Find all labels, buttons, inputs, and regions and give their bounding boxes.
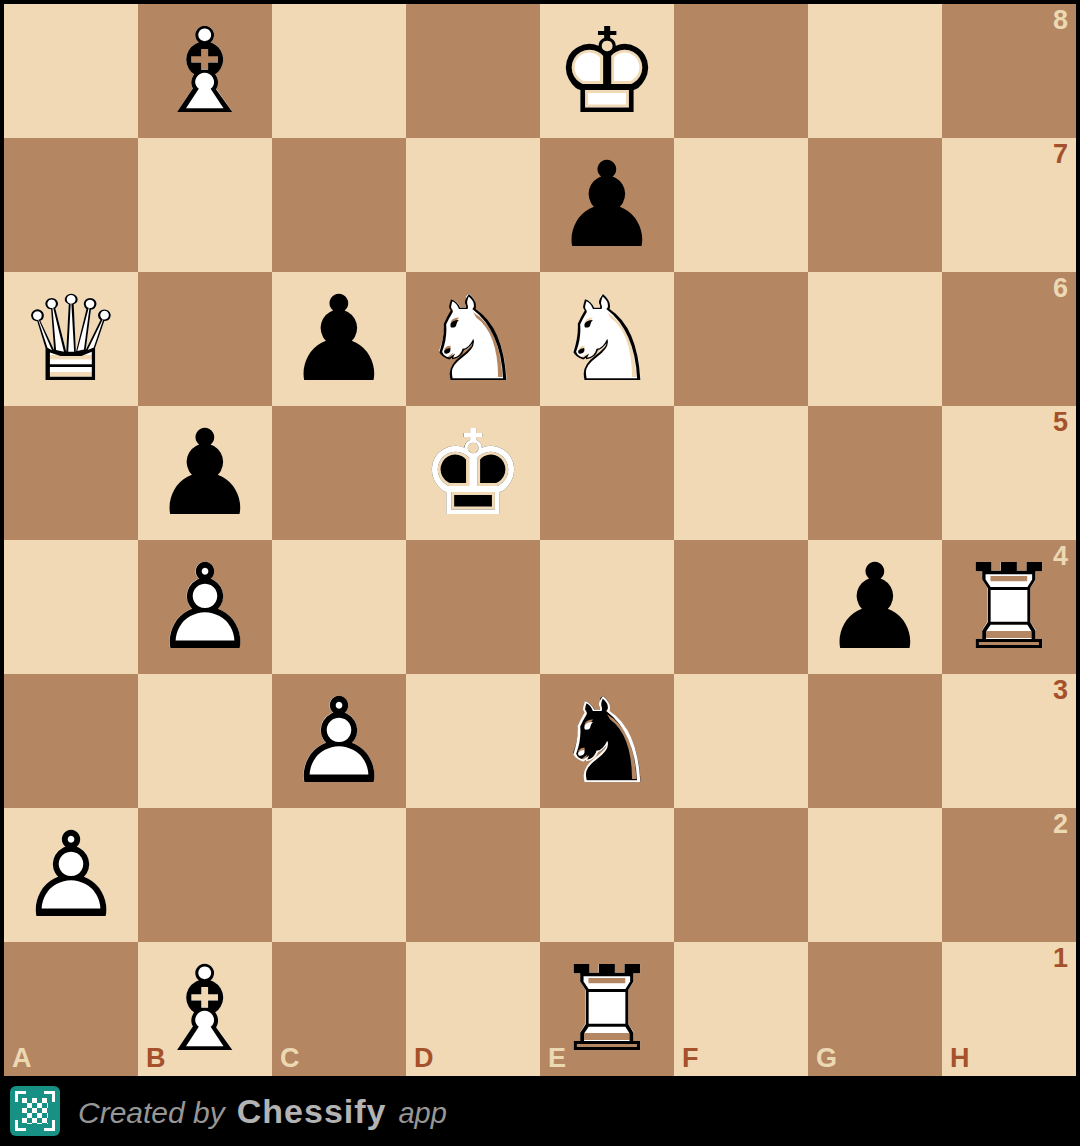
- piece-white-knight-d6: ♞: [406, 272, 540, 406]
- square-g7: [808, 138, 942, 272]
- square-c2: [272, 808, 406, 942]
- square-h1: H1: [942, 942, 1076, 1076]
- piece-black-pawn-e7: ♟: [540, 138, 674, 272]
- piece-black-knight-e3: ♞: [540, 674, 674, 808]
- piece-black-king-d5: ♚: [406, 406, 540, 540]
- piece-outline-detail: ♙: [272, 674, 406, 808]
- piece-outline-detail: ♕: [4, 272, 138, 406]
- app-text: app: [398, 1097, 446, 1130]
- square-d8: [406, 4, 540, 138]
- piece-black-pawn-g4: ♟: [808, 540, 942, 674]
- square-e4: [540, 540, 674, 674]
- square-g1: G: [808, 942, 942, 1076]
- square-f7: [674, 138, 808, 272]
- rank-label-8: 8: [1053, 7, 1068, 34]
- square-b7: [138, 138, 272, 272]
- square-a7: [4, 138, 138, 272]
- square-h7: 7: [942, 138, 1076, 272]
- rank-label-6: 6: [1053, 275, 1068, 302]
- square-b3: [138, 674, 272, 808]
- piece-white-pawn-c3: ♟: [272, 674, 406, 808]
- brand-name: Chessify: [237, 1092, 387, 1131]
- square-d4: [406, 540, 540, 674]
- square-g3: [808, 674, 942, 808]
- square-d7: [406, 138, 540, 272]
- rank-label-3: 3: [1053, 677, 1068, 704]
- piece-outline-detail: ♘: [540, 272, 674, 406]
- square-c4: [272, 540, 406, 674]
- square-h8: 8: [942, 4, 1076, 138]
- square-f4: [674, 540, 808, 674]
- square-c3: ♟♙: [272, 674, 406, 808]
- square-e2: [540, 808, 674, 942]
- square-f3: [674, 674, 808, 808]
- square-a1: A: [4, 942, 138, 1076]
- square-b5: ♟: [138, 406, 272, 540]
- file-label-e: E: [548, 1045, 566, 1072]
- piece-white-pawn-a2: ♟: [4, 808, 138, 942]
- square-a2: ♟♙: [4, 808, 138, 942]
- piece-white-pawn-b4: ♟: [138, 540, 272, 674]
- file-label-h: H: [950, 1045, 970, 1072]
- file-label-d: D: [414, 1045, 434, 1072]
- square-c5: [272, 406, 406, 540]
- square-b8: ♝♗: [138, 4, 272, 138]
- file-label-c: C: [280, 1045, 300, 1072]
- square-g2: [808, 808, 942, 942]
- rank-label-1: 1: [1053, 945, 1068, 972]
- piece-outline-detail: ♗: [138, 4, 272, 138]
- square-g4: ♟: [808, 540, 942, 674]
- board-frame: ♝♗♚♔8♟7♛♕♟♞♘♞♘6♟♚♔5♟♙♟4♜♖♟♙♞♘3♟♙2AB♝♗CDE…: [0, 0, 1080, 1076]
- square-c7: [272, 138, 406, 272]
- piece-white-queen-a6: ♛: [4, 272, 138, 406]
- square-a4: [4, 540, 138, 674]
- rank-label-2: 2: [1053, 811, 1068, 838]
- square-c8: [272, 4, 406, 138]
- square-d1: D: [406, 942, 540, 1076]
- file-label-g: G: [816, 1045, 837, 1072]
- square-b2: [138, 808, 272, 942]
- square-b4: ♟♙: [138, 540, 272, 674]
- square-g8: [808, 4, 942, 138]
- square-c1: C: [272, 942, 406, 1076]
- square-d2: [406, 808, 540, 942]
- square-e7: ♟: [540, 138, 674, 272]
- piece-outline-detail: ♔: [540, 4, 674, 138]
- square-d5: ♚♔: [406, 406, 540, 540]
- square-f6: [674, 272, 808, 406]
- square-d6: ♞♘: [406, 272, 540, 406]
- square-c6: ♟: [272, 272, 406, 406]
- square-e3: ♞♘: [540, 674, 674, 808]
- square-f5: [674, 406, 808, 540]
- square-a3: [4, 674, 138, 808]
- rank-label-7: 7: [1053, 141, 1068, 168]
- rank-label-5: 5: [1053, 409, 1068, 436]
- piece-white-king-e8: ♚: [540, 4, 674, 138]
- square-b6: [138, 272, 272, 406]
- piece-white-knight-e6: ♞: [540, 272, 674, 406]
- square-a5: [4, 406, 138, 540]
- square-e8: ♚♔: [540, 4, 674, 138]
- checkerboard-icon: [22, 1098, 48, 1124]
- file-label-f: F: [682, 1045, 699, 1072]
- footer-bar: Created by Chessify app: [0, 1076, 1080, 1146]
- rank-label-4: 4: [1053, 543, 1068, 570]
- square-f1: F: [674, 942, 808, 1076]
- piece-outline-detail: ♙: [138, 540, 272, 674]
- square-h5: 5: [942, 406, 1076, 540]
- piece-black-pawn-b5: ♟: [138, 406, 272, 540]
- square-e1: E♜♖: [540, 942, 674, 1076]
- square-h2: 2: [942, 808, 1076, 942]
- file-label-b: B: [146, 1045, 166, 1072]
- piece-outline-detail: ♘: [540, 674, 674, 808]
- square-g6: [808, 272, 942, 406]
- square-e6: ♞♘: [540, 272, 674, 406]
- square-f8: [674, 4, 808, 138]
- square-g5: [808, 406, 942, 540]
- square-h6: 6: [942, 272, 1076, 406]
- file-label-a: A: [12, 1045, 32, 1072]
- credit-line: Created by Chessify app: [78, 1092, 447, 1131]
- square-h3: 3: [942, 674, 1076, 808]
- created-by-text: Created by: [78, 1096, 225, 1130]
- chess-board: ♝♗♚♔8♟7♛♕♟♞♘♞♘6♟♚♔5♟♙♟4♜♖♟♙♞♘3♟♙2AB♝♗CDE…: [4, 4, 1076, 1076]
- square-h4: 4♜♖: [942, 540, 1076, 674]
- square-a8: [4, 4, 138, 138]
- square-d3: [406, 674, 540, 808]
- square-f2: [674, 808, 808, 942]
- square-e5: [540, 406, 674, 540]
- square-a6: ♛♕: [4, 272, 138, 406]
- piece-black-pawn-c6: ♟: [272, 272, 406, 406]
- piece-outline-detail: ♔: [406, 406, 540, 540]
- piece-outline-detail: ♘: [406, 272, 540, 406]
- chessify-scan-board-icon: [10, 1086, 60, 1136]
- square-b1: B♝♗: [138, 942, 272, 1076]
- piece-outline-detail: ♙: [4, 808, 138, 942]
- piece-white-bishop-b8: ♝: [138, 4, 272, 138]
